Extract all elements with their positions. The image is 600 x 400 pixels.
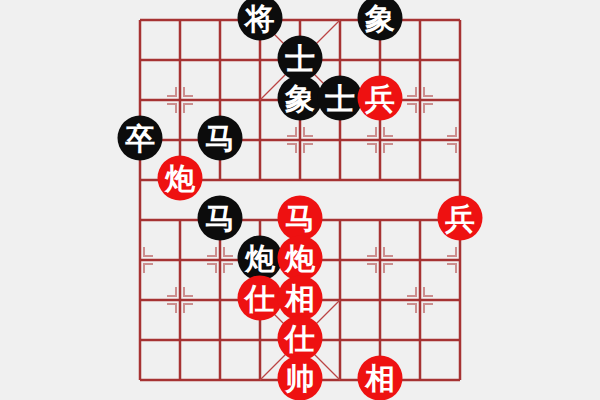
piece-black-horse[interactable]: 马 (198, 196, 243, 241)
piece-black-advisor[interactable]: 士 (278, 36, 323, 81)
piece-red-soldier[interactable]: 兵 (358, 76, 403, 121)
piece-red-soldier[interactable]: 兵 (438, 196, 483, 241)
piece-black-general[interactable]: 将 (238, 0, 283, 41)
piece-red-advisor[interactable]: 仕 (278, 316, 323, 361)
piece-black-advisor[interactable]: 士 (318, 76, 363, 121)
piece-black-elephant[interactable]: 象 (278, 76, 323, 121)
piece-black-soldier[interactable]: 卒 (118, 116, 163, 161)
xiangqi-board: 将象士象士兵卒马炮马马兵炮炮仕相仕帅相 (0, 0, 600, 400)
pieces-layer: 将象士象士兵卒马炮马马兵炮炮仕相仕帅相 (0, 0, 600, 400)
piece-black-elephant[interactable]: 象 (358, 0, 403, 41)
piece-red-cannon[interactable]: 炮 (158, 156, 203, 201)
piece-red-elephant[interactable]: 相 (278, 276, 323, 321)
piece-red-cannon[interactable]: 炮 (278, 236, 323, 281)
piece-red-general[interactable]: 帅 (278, 356, 323, 400)
piece-black-cannon[interactable]: 炮 (238, 236, 283, 281)
piece-red-advisor[interactable]: 仕 (238, 276, 283, 321)
piece-red-elephant[interactable]: 相 (358, 356, 403, 400)
piece-black-horse[interactable]: 马 (198, 116, 243, 161)
piece-red-horse[interactable]: 马 (278, 196, 323, 241)
